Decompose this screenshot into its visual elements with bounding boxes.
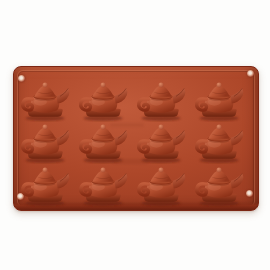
teapot-cavity bbox=[75, 80, 133, 123]
teapot-icon bbox=[192, 123, 248, 164]
teapot-cavity bbox=[75, 123, 133, 166]
teapot-icon bbox=[134, 166, 190, 207]
teapot-cavity bbox=[17, 80, 75, 123]
teapot-icon bbox=[192, 166, 248, 207]
teapot-cavity bbox=[133, 80, 191, 123]
teapot-icon bbox=[192, 81, 248, 122]
teapot-cavity bbox=[191, 123, 249, 166]
teapot-cavity bbox=[133, 165, 191, 208]
teapot-icon bbox=[76, 166, 132, 207]
teapot-icon bbox=[134, 81, 190, 122]
teapot-icon bbox=[18, 166, 74, 207]
teapot-icon bbox=[18, 123, 74, 164]
teapot-icon bbox=[76, 123, 132, 164]
teapot-icon bbox=[134, 123, 190, 164]
silicone-teapot-mold bbox=[13, 66, 259, 211]
cavity-grid bbox=[17, 80, 249, 208]
hanging-hole-top-right bbox=[247, 70, 254, 77]
teapot-cavity bbox=[17, 165, 75, 208]
teapot-cavity bbox=[17, 123, 75, 166]
product-photo bbox=[0, 0, 270, 270]
teapot-cavity bbox=[133, 123, 191, 166]
teapot-cavity bbox=[75, 165, 133, 208]
teapot-icon bbox=[76, 81, 132, 122]
teapot-cavity bbox=[191, 165, 249, 208]
teapot-icon bbox=[18, 81, 74, 122]
teapot-cavity bbox=[191, 80, 249, 123]
